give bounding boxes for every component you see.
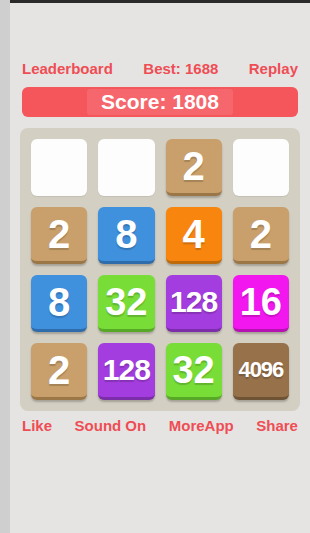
empty-cell [98, 139, 154, 196]
bottom-menu-row: Like Sound On MoreApp Share [10, 415, 310, 435]
best-score-label: Best: 1688 [143, 60, 218, 77]
status-bar-strip [10, 0, 310, 3]
tile-128: 128 [166, 275, 222, 332]
tile-2: 2 [166, 139, 222, 196]
replay-button[interactable]: Replay [249, 60, 298, 77]
tile-2: 2 [31, 207, 87, 264]
tile-2: 2 [31, 343, 87, 400]
tile-4: 4 [166, 207, 222, 264]
tile-4096: 4096 [233, 343, 289, 400]
top-menu-row: Leaderboard Best: 1688 Replay [10, 58, 310, 78]
app-screen: Leaderboard Best: 1688 Replay Score: 180… [10, 0, 310, 533]
tile-32: 32 [98, 275, 154, 332]
tile-2: 2 [233, 207, 289, 264]
tile-8: 8 [98, 207, 154, 264]
empty-cell [31, 139, 87, 196]
leaderboard-button[interactable]: Leaderboard [22, 60, 113, 77]
sound-toggle-button[interactable]: Sound On [75, 417, 147, 434]
tile-128: 128 [98, 343, 154, 400]
score-label: Score: 1808 [87, 89, 233, 115]
empty-cell [233, 139, 289, 196]
board-grid[interactable]: 22842832128162128324096 [20, 128, 300, 411]
tile-32: 32 [166, 343, 222, 400]
like-button[interactable]: Like [22, 417, 52, 434]
tile-8: 8 [31, 275, 87, 332]
score-banner: Score: 1808 [22, 87, 298, 117]
share-button[interactable]: Share [256, 417, 298, 434]
moreapp-button[interactable]: MoreApp [169, 417, 234, 434]
tile-16: 16 [233, 275, 289, 332]
